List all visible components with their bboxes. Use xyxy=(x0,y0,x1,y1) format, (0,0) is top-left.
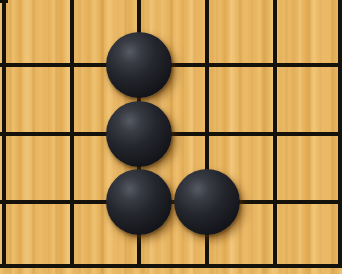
go-board[interactable] xyxy=(0,0,342,274)
black-stone xyxy=(106,32,172,98)
cropped-line-fragment xyxy=(0,0,8,3)
black-stone xyxy=(106,101,172,167)
grid-line-horizontal xyxy=(0,264,342,268)
black-stone xyxy=(106,169,172,235)
screenshot-stage xyxy=(0,0,342,274)
black-stone xyxy=(174,169,240,235)
